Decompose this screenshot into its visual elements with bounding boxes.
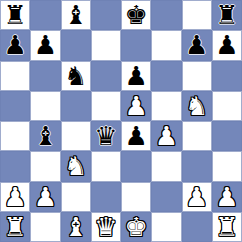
square-e5[interactable]: ♟	[121, 91, 151, 121]
square-b3[interactable]	[30, 151, 60, 181]
square-b2[interactable]: ♟	[30, 182, 60, 212]
piece-black-pawn-e4[interactable]: ♟	[124, 121, 147, 151]
square-c6[interactable]: ♞	[61, 61, 91, 91]
square-a4[interactable]	[0, 121, 30, 151]
square-a1[interactable]: ♜	[0, 212, 30, 242]
square-g1[interactable]	[182, 212, 212, 242]
piece-black-pawn-h7[interactable]: ♟	[215, 30, 238, 60]
piece-white-rook-a1[interactable]: ♜	[3, 212, 26, 242]
square-f8[interactable]	[151, 0, 181, 30]
square-f1[interactable]	[151, 212, 181, 242]
square-h6[interactable]	[212, 61, 242, 91]
square-a8[interactable]: ♜	[0, 0, 30, 30]
square-c8[interactable]: ♝	[61, 0, 91, 30]
square-a6[interactable]	[0, 61, 30, 91]
square-g6[interactable]	[182, 61, 212, 91]
square-c3[interactable]: ♞	[61, 151, 91, 181]
square-f7[interactable]	[151, 30, 181, 60]
square-d7[interactable]	[91, 30, 121, 60]
square-d8[interactable]	[91, 0, 121, 30]
square-h1[interactable]: ♜	[212, 212, 242, 242]
piece-black-bishop-b4[interactable]: ♝	[34, 121, 57, 151]
square-f4[interactable]: ♟	[151, 121, 181, 151]
square-e3[interactable]	[121, 151, 151, 181]
square-a2[interactable]: ♟	[0, 182, 30, 212]
square-d4[interactable]: ♛	[91, 121, 121, 151]
square-c2[interactable]	[61, 182, 91, 212]
piece-black-rook-a8[interactable]: ♜	[3, 0, 26, 30]
piece-white-pawn-f4[interactable]: ♟	[155, 121, 178, 151]
piece-white-pawn-e5[interactable]: ♟	[124, 91, 147, 121]
piece-black-pawn-g7[interactable]: ♟	[185, 30, 208, 60]
square-a7[interactable]: ♟	[0, 30, 30, 60]
square-d5[interactable]	[91, 91, 121, 121]
piece-white-pawn-h2[interactable]: ♟	[215, 182, 238, 212]
piece-black-knight-c6[interactable]: ♞	[64, 61, 87, 91]
square-e1[interactable]: ♚	[121, 212, 151, 242]
square-f2[interactable]	[151, 182, 181, 212]
square-b8[interactable]	[30, 0, 60, 30]
piece-white-pawn-b2[interactable]: ♟	[34, 182, 57, 212]
square-g7[interactable]: ♟	[182, 30, 212, 60]
square-b7[interactable]: ♟	[30, 30, 60, 60]
square-c5[interactable]	[61, 91, 91, 121]
square-g8[interactable]	[182, 0, 212, 30]
square-g2[interactable]: ♟	[182, 182, 212, 212]
square-g5[interactable]: ♞	[182, 91, 212, 121]
piece-black-pawn-a7[interactable]: ♟	[3, 30, 26, 60]
square-e7[interactable]	[121, 30, 151, 60]
piece-white-queen-d1[interactable]: ♛	[94, 212, 117, 242]
square-h8[interactable]: ♜	[212, 0, 242, 30]
square-c1[interactable]: ♝	[61, 212, 91, 242]
piece-black-pawn-b7[interactable]: ♟	[34, 30, 57, 60]
square-d2[interactable]	[91, 182, 121, 212]
square-d6[interactable]	[91, 61, 121, 91]
piece-white-bishop-c1[interactable]: ♝	[64, 212, 87, 242]
square-h2[interactable]: ♟	[212, 182, 242, 212]
square-b5[interactable]	[30, 91, 60, 121]
square-h7[interactable]: ♟	[212, 30, 242, 60]
piece-white-pawn-g2[interactable]: ♟	[185, 182, 208, 212]
square-f3[interactable]	[151, 151, 181, 181]
square-d1[interactable]: ♛	[91, 212, 121, 242]
square-e4[interactable]: ♟	[121, 121, 151, 151]
square-a3[interactable]	[0, 151, 30, 181]
piece-white-rook-h1[interactable]: ♜	[215, 212, 238, 242]
square-f5[interactable]	[151, 91, 181, 121]
square-e6[interactable]: ♟	[121, 61, 151, 91]
square-f6[interactable]	[151, 61, 181, 91]
square-a5[interactable]	[0, 91, 30, 121]
piece-white-king-e1[interactable]: ♚	[124, 212, 147, 242]
square-h4[interactable]	[212, 121, 242, 151]
square-h3[interactable]	[212, 151, 242, 181]
square-b6[interactable]	[30, 61, 60, 91]
square-d3[interactable]	[91, 151, 121, 181]
piece-white-pawn-a2[interactable]: ♟	[3, 182, 26, 212]
piece-white-knight-g5[interactable]: ♞	[185, 91, 208, 121]
piece-black-pawn-e6[interactable]: ♟	[124, 61, 147, 91]
square-c7[interactable]	[61, 30, 91, 60]
chess-board: ♜♝♚♜♟♟♟♟♞♟♟♞♝♛♟♟♞♟♟♟♟♜♝♛♚♜	[0, 0, 242, 242]
piece-black-queen-d4[interactable]: ♛	[94, 121, 117, 151]
piece-black-bishop-c8[interactable]: ♝	[64, 0, 87, 30]
square-g3[interactable]	[182, 151, 212, 181]
square-g4[interactable]	[182, 121, 212, 151]
square-b4[interactable]: ♝	[30, 121, 60, 151]
piece-black-king-e8[interactable]: ♚	[124, 0, 147, 30]
piece-black-rook-h8[interactable]: ♜	[215, 0, 238, 30]
square-e2[interactable]	[121, 182, 151, 212]
square-e8[interactable]: ♚	[121, 0, 151, 30]
square-h5[interactable]	[212, 91, 242, 121]
piece-white-knight-c3[interactable]: ♞	[64, 151, 87, 181]
square-b1[interactable]	[30, 212, 60, 242]
square-c4[interactable]	[61, 121, 91, 151]
